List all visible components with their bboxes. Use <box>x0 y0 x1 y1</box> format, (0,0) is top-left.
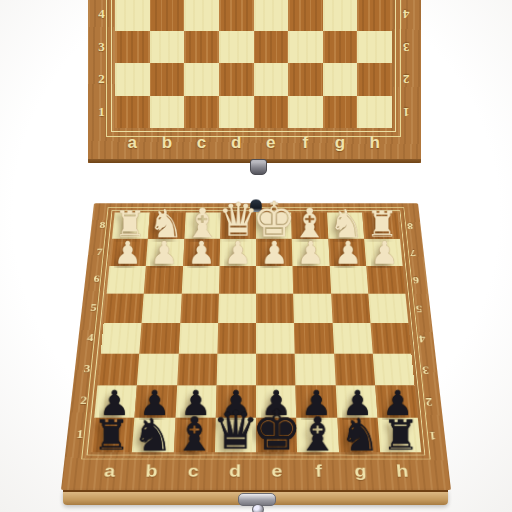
square-a1: ♜ <box>91 418 135 452</box>
rank-label: 5 <box>415 303 422 314</box>
square-f7: ♟ <box>292 239 329 266</box>
rank-label: 2 <box>403 71 410 87</box>
lid-square-c3 <box>184 31 219 64</box>
closed-box-lid: 4321 4321 abcdefgh <box>88 0 421 163</box>
square-a3 <box>97 353 139 385</box>
square-f6 <box>293 266 331 294</box>
square-a5 <box>104 294 144 323</box>
square-c6 <box>181 266 219 294</box>
square-e5 <box>256 294 294 323</box>
board-squares: ♜♞♝♛♚♝♞♜♟♟♟♟♟♟♟♟♟♟♟♟♟♟♟♟♜♞♝♛♚♝♞♜ <box>91 213 421 453</box>
lid-square-d4 <box>219 0 254 31</box>
piece-white-pawn: ♟ <box>150 238 178 269</box>
square-h3 <box>373 353 415 385</box>
rank-label: 3 <box>83 363 91 375</box>
rank-label: 4 <box>403 6 410 22</box>
square-e6 <box>256 266 293 294</box>
file-label: c <box>197 133 206 153</box>
lid-square-b1 <box>150 96 185 129</box>
file-label: d <box>229 462 241 481</box>
square-b1: ♞ <box>132 418 175 452</box>
square-f3 <box>295 353 335 385</box>
chessboard: 87654321 ♜♞♝♛♚♝♞♜♟♟♟♟♟♟♟♟♟♟♟♟♟♟♟♟♜♞♝♛♚♝♞… <box>61 203 451 490</box>
lid-square-h4 <box>357 0 392 31</box>
square-g4 <box>332 323 372 353</box>
square-b5 <box>142 294 182 323</box>
rank-label: 5 <box>90 303 97 314</box>
piece-white-pawn: ♟ <box>297 238 325 269</box>
lid-square-g2 <box>323 63 358 96</box>
lid-square-d2 <box>219 63 254 96</box>
rank-label: 1 <box>428 429 436 442</box>
file-label: a <box>128 133 137 153</box>
rank-label: 8 <box>406 221 413 231</box>
lid-square-b3 <box>150 31 185 64</box>
square-h6 <box>366 266 405 294</box>
rank-label: 4 <box>98 6 105 22</box>
square-g6 <box>329 266 368 294</box>
lid-board-squares <box>115 0 392 128</box>
rank-label: 2 <box>425 395 433 407</box>
file-label: d <box>231 133 241 153</box>
piece-white-pawn: ♟ <box>370 238 398 269</box>
lid-square-b4 <box>150 0 185 31</box>
lid-square-g1 <box>323 96 358 129</box>
piece-black-king: ♚ <box>252 402 302 458</box>
square-e4 <box>256 323 295 353</box>
file-label: e <box>266 133 275 153</box>
square-d6 <box>219 266 256 294</box>
lid-square-b2 <box>150 63 185 96</box>
piece-white-pawn: ♟ <box>260 238 288 269</box>
piece-white-pawn: ♟ <box>224 238 252 269</box>
rank-label: 2 <box>98 71 105 87</box>
rank-label: 2 <box>80 395 88 407</box>
square-e1: ♚ <box>256 418 297 452</box>
hinge-clasp-icon <box>250 159 267 175</box>
piece-white-pawn: ♟ <box>114 238 142 269</box>
rank-label: 3 <box>421 363 429 375</box>
rank-label: 4 <box>418 333 426 344</box>
square-h1: ♜ <box>377 418 421 452</box>
square-e7: ♟ <box>256 239 293 266</box>
square-h5 <box>368 294 408 323</box>
lid-square-h2 <box>357 63 392 96</box>
square-b6 <box>144 266 183 294</box>
file-label: g <box>335 133 345 153</box>
square-c1: ♝ <box>173 418 215 452</box>
file-label: h <box>369 133 379 153</box>
lid-square-d3 <box>219 31 254 64</box>
file-label: b <box>162 133 172 153</box>
chess-set-photo: 4321 4321 abcdefgh 87654321 ♜♞♝♛♚♝♞♜♟♟♟♟… <box>0 0 512 512</box>
square-h4 <box>370 323 411 353</box>
rank-label: 6 <box>93 275 100 285</box>
file-label: g <box>354 462 367 481</box>
rank-label: 8 <box>99 221 106 231</box>
file-label: h <box>395 462 409 481</box>
lid-square-e4 <box>254 0 289 31</box>
file-label: f <box>303 133 309 153</box>
lid-square-c2 <box>184 63 219 96</box>
piece-black-bishop: ♝ <box>297 410 339 457</box>
lid-square-e1 <box>254 96 289 129</box>
square-g1: ♞ <box>337 418 380 452</box>
lid-square-h1 <box>357 96 392 129</box>
piece-black-rook: ♜ <box>382 415 419 456</box>
rank-label: 4 <box>87 333 95 344</box>
square-a4 <box>101 323 142 353</box>
square-c5 <box>180 294 219 323</box>
square-a7: ♟ <box>109 239 148 266</box>
square-b7: ♟ <box>146 239 184 266</box>
rank-label: 3 <box>98 39 105 55</box>
rank-label: 7 <box>96 247 103 257</box>
square-c3 <box>177 353 217 385</box>
lid-square-d1 <box>219 96 254 129</box>
piece-white-pawn: ♟ <box>187 238 215 269</box>
square-f1: ♝ <box>296 418 338 452</box>
square-d5 <box>218 294 256 323</box>
square-h7: ♟ <box>364 239 403 266</box>
lid-square-f4 <box>288 0 323 31</box>
square-d7: ♟ <box>219 239 256 266</box>
square-b3 <box>137 353 178 385</box>
piece-white-pawn: ♟ <box>334 238 362 269</box>
square-a6 <box>107 266 146 294</box>
file-label: b <box>145 462 158 481</box>
piece-black-rook: ♜ <box>93 415 130 456</box>
rank-label: 3 <box>403 39 410 55</box>
rank-label: 1 <box>76 429 84 442</box>
square-d1: ♛ <box>215 418 256 452</box>
rank-label: 1 <box>98 104 105 120</box>
board-file-labels: abcdefgh <box>87 454 425 488</box>
lid-square-a1 <box>115 96 150 129</box>
lid-board <box>115 0 392 128</box>
lid-square-a4 <box>115 0 150 31</box>
square-b4 <box>139 323 179 353</box>
rank-label: 7 <box>409 247 416 257</box>
rank-label: 1 <box>403 104 410 120</box>
front-latch-icon <box>238 493 276 506</box>
square-d3 <box>216 353 256 385</box>
lid-square-g4 <box>323 0 358 31</box>
file-label: f <box>315 462 322 481</box>
lid-square-c1 <box>184 96 219 129</box>
rank-label: 6 <box>412 275 419 285</box>
square-g7: ♟ <box>328 239 366 266</box>
piece-black-knight: ♞ <box>339 412 379 457</box>
square-c7: ♟ <box>183 239 220 266</box>
lid-square-e2 <box>254 63 289 96</box>
file-label: a <box>103 462 116 481</box>
piece-black-bishop: ♝ <box>173 410 215 457</box>
lid-square-g3 <box>323 31 358 64</box>
piece-black-knight: ♞ <box>133 412 173 457</box>
board-playing-area: ♜♞♝♛♚♝♞♜♟♟♟♟♟♟♟♟♟♟♟♟♟♟♟♟♜♞♝♛♚♝♞♜ <box>91 213 421 453</box>
file-label: c <box>187 462 199 481</box>
lid-file-labels: abcdefgh <box>115 129 392 157</box>
square-d4 <box>217 323 256 353</box>
open-board-section: 87654321 ♜♞♝♛♚♝♞♜♟♟♟♟♟♟♟♟♟♟♟♟♟♟♟♟♜♞♝♛♚♝♞… <box>0 178 512 512</box>
lid-square-f3 <box>288 31 323 64</box>
lid-rank-labels-left: 4321 <box>88 0 115 128</box>
lid-rank-labels-right: 4321 <box>392 0 421 128</box>
lid-square-c4 <box>184 0 219 31</box>
lid-square-f2 <box>288 63 323 96</box>
lid-square-h3 <box>357 31 392 64</box>
square-f4 <box>294 323 334 353</box>
lid-square-f1 <box>288 96 323 129</box>
lid-square-a2 <box>115 63 150 96</box>
file-label: e <box>271 462 282 481</box>
square-c4 <box>178 323 218 353</box>
square-e3 <box>256 353 296 385</box>
lid-square-a3 <box>115 31 150 64</box>
square-f5 <box>293 294 332 323</box>
square-g3 <box>334 353 375 385</box>
lid-square-e3 <box>254 31 289 64</box>
square-g5 <box>331 294 371 323</box>
